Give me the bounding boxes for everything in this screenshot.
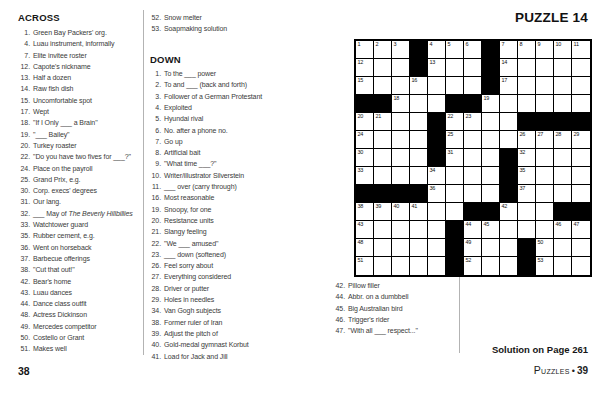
black-cell bbox=[518, 239, 536, 257]
cell-number: 12 bbox=[358, 60, 364, 66]
clue-number: 53. bbox=[150, 23, 164, 34]
grid-cell bbox=[500, 257, 518, 275]
clue-number: 44. bbox=[334, 291, 348, 302]
grid-cell bbox=[374, 257, 392, 275]
grid-cell: 12 bbox=[356, 59, 374, 77]
grid-cell bbox=[536, 185, 554, 203]
footer-divider-line bbox=[459, 277, 460, 353]
grid-cell bbox=[518, 59, 536, 77]
clue-number: 23. bbox=[150, 249, 164, 260]
grid-cell: 1 bbox=[356, 41, 374, 59]
black-cell bbox=[410, 59, 428, 77]
grid-cell bbox=[446, 77, 464, 95]
down-clue-23: 23.___ down (softened) bbox=[150, 249, 292, 260]
cell-number: 25 bbox=[448, 132, 454, 138]
clue-text: Load for Jack and Jill bbox=[164, 351, 228, 362]
grid-cell bbox=[392, 77, 410, 95]
clue-number: 18. bbox=[18, 117, 33, 128]
cell-number: 41 bbox=[412, 204, 418, 210]
black-cell bbox=[554, 203, 572, 221]
clue-text: Barbecue offerings bbox=[33, 253, 90, 264]
clue-number: 2. bbox=[150, 79, 164, 90]
clue-number: 49. bbox=[18, 321, 33, 332]
grid-cell bbox=[482, 113, 500, 131]
cell-number: 33 bbox=[358, 168, 364, 174]
clue-number: 26. bbox=[150, 260, 164, 271]
grid-cell: 3 bbox=[392, 41, 410, 59]
down-clue-16: 16.Most reasonable bbox=[150, 192, 292, 203]
across-clue-33: 33.Watchtower guard bbox=[18, 219, 145, 230]
clue-text: Corp. execs' degrees bbox=[33, 185, 97, 196]
clue-number: 50. bbox=[18, 332, 33, 343]
clue-text: Luau instrument, informally bbox=[33, 38, 114, 49]
clue-text: Mercedes competitor bbox=[33, 321, 96, 332]
clue-number: 15. bbox=[18, 95, 33, 106]
grid-cell bbox=[428, 239, 446, 257]
cell-number: 1 bbox=[358, 42, 361, 48]
black-cell bbox=[428, 149, 446, 167]
clue-text: Bear's home bbox=[33, 276, 71, 287]
grid-cell: 53 bbox=[536, 257, 554, 275]
grid-cell bbox=[410, 131, 428, 149]
grid-cell: 26 bbox=[518, 131, 536, 149]
cell-number: 19 bbox=[484, 96, 490, 102]
clue-text: Soapmaking solution bbox=[164, 23, 227, 34]
grid-cell: 50 bbox=[536, 239, 554, 257]
grid-cell bbox=[428, 203, 446, 221]
across-clue-24: 24.Place on the payroll bbox=[18, 163, 145, 174]
clue-text: Costello or Grant bbox=[33, 332, 84, 343]
across-clue-17: 17.Wept bbox=[18, 106, 145, 117]
clue-text: Big Australian bird bbox=[348, 303, 403, 314]
clue-number: 4. bbox=[18, 38, 33, 49]
grid-cell: 2 bbox=[374, 41, 392, 59]
clue-number: 19. bbox=[18, 129, 33, 140]
across-clue-42: 42.Bear's home bbox=[18, 276, 145, 287]
clue-number: 38. bbox=[18, 264, 33, 275]
clue-text: Our lang. bbox=[33, 196, 61, 207]
crossword-grid: 1234567891011121314151617181920212223242… bbox=[354, 39, 592, 277]
grid-cell: 41 bbox=[410, 203, 428, 221]
clue-number: 1. bbox=[18, 27, 33, 38]
clue-text: Resistance units bbox=[164, 215, 214, 226]
black-cell bbox=[572, 113, 590, 131]
down-clue-26: 26.Feel sorry about bbox=[150, 260, 292, 271]
cell-number: 2 bbox=[376, 42, 379, 48]
clue-text: Uncomfortable spot bbox=[33, 95, 92, 106]
down-clue-21: 21.Slangy feeling bbox=[150, 226, 292, 237]
grid-cell bbox=[536, 77, 554, 95]
clue-text: Go up bbox=[164, 136, 183, 147]
black-cell bbox=[428, 113, 446, 131]
cell-number: 21 bbox=[376, 114, 382, 120]
clue-number: 13. bbox=[18, 72, 33, 83]
grid-cell: 14 bbox=[500, 59, 518, 77]
down-clue-47: 47."With all ___ respect..." bbox=[334, 325, 456, 336]
grid-cell: 37 bbox=[518, 185, 536, 203]
black-cell bbox=[536, 113, 554, 131]
grid-cell: 27 bbox=[536, 131, 554, 149]
grid-cell bbox=[410, 95, 428, 113]
down-clue-45: 45.Big Australian bird bbox=[334, 303, 456, 314]
cell-number: 15 bbox=[358, 78, 364, 84]
clue-text: "If I Only ___ a Brain" bbox=[33, 117, 98, 128]
grid-cell: 34 bbox=[428, 167, 446, 185]
down-clue-22: 22."We ___ amused" bbox=[150, 238, 292, 249]
cell-number: 11 bbox=[574, 42, 579, 48]
clue-text: Gold-medal gymnast Korbut bbox=[164, 339, 249, 350]
clue-number: 1. bbox=[150, 68, 164, 79]
grid-cell bbox=[536, 203, 554, 221]
grid-cell bbox=[392, 167, 410, 185]
clue-text: "___ Bailey" bbox=[33, 129, 69, 140]
clue-text: Snoopy, for one bbox=[164, 204, 211, 215]
clue-number: 34. bbox=[150, 305, 164, 316]
cell-number: 27 bbox=[538, 132, 544, 138]
clue-number: 44. bbox=[18, 298, 33, 309]
series-label: Puzzles bbox=[534, 364, 570, 376]
clue-text: Place on the payroll bbox=[33, 163, 92, 174]
grid-cell bbox=[428, 77, 446, 95]
clue-text: Actress Dickinson bbox=[33, 309, 87, 320]
black-cell bbox=[500, 185, 518, 203]
across-clue-36: 36.Went on horseback bbox=[18, 242, 145, 253]
grid-cell bbox=[392, 113, 410, 131]
cell-number: 20 bbox=[358, 114, 364, 120]
grid-cell: 20 bbox=[356, 113, 374, 131]
clue-number: 31. bbox=[18, 196, 33, 207]
grid-cell bbox=[554, 185, 572, 203]
clue-number: 30. bbox=[18, 185, 33, 196]
grid-cell: 8 bbox=[518, 41, 536, 59]
clue-number: 22. bbox=[150, 238, 164, 249]
black-cell bbox=[446, 221, 464, 239]
grid-cell: 11 bbox=[572, 41, 590, 59]
grid-cell bbox=[392, 221, 410, 239]
clue-text: Former ruler of Iran bbox=[164, 317, 222, 328]
clue-number: 20. bbox=[150, 215, 164, 226]
cell-number: 48 bbox=[358, 240, 364, 246]
grid-cell bbox=[482, 185, 500, 203]
cell-number: 24 bbox=[358, 132, 364, 138]
grid-cell bbox=[374, 131, 392, 149]
grid-cell bbox=[374, 77, 392, 95]
cell-number: 45 bbox=[484, 222, 490, 228]
clue-text: Pillow filler bbox=[348, 280, 380, 291]
grid-cell: 29 bbox=[572, 131, 590, 149]
clue-number: 3. bbox=[150, 91, 164, 102]
clue-number: 4. bbox=[150, 102, 164, 113]
clue-text: No. after a phone no. bbox=[164, 125, 228, 136]
cell-number: 46 bbox=[556, 222, 562, 228]
clue-number: 33. bbox=[18, 219, 33, 230]
clue-text: Feel sorry about bbox=[164, 260, 213, 271]
down-clue-29: 29.Holes in needles bbox=[150, 294, 292, 305]
black-cell bbox=[446, 257, 464, 275]
down-clue-11: 11.___ over (carry through) bbox=[150, 181, 292, 192]
cell-number: 13 bbox=[430, 60, 436, 66]
cell-number: 6 bbox=[466, 42, 469, 48]
across-clue-49: 49.Mercedes competitor bbox=[18, 321, 145, 332]
grid-cell: 36 bbox=[428, 185, 446, 203]
grid-cell: 49 bbox=[464, 239, 482, 257]
grid-cell bbox=[410, 167, 428, 185]
clue-number: 10. bbox=[150, 170, 164, 181]
grid-cell bbox=[428, 257, 446, 275]
black-cell bbox=[464, 95, 482, 113]
grid-cell bbox=[572, 239, 590, 257]
black-cell bbox=[554, 113, 572, 131]
grid-cell: 23 bbox=[464, 113, 482, 131]
cell-number: 28 bbox=[556, 132, 562, 138]
down-clue-46: 46.Trigger's rider bbox=[334, 314, 456, 325]
clue-text: Dance class outfit bbox=[33, 298, 86, 309]
across-clue-list-continued: 52.Snow melter53.Soapmaking solution bbox=[150, 12, 292, 35]
across-clues-column: ACROSS 1.Green Bay Packers' org.4.Luau i… bbox=[18, 13, 145, 355]
cell-number: 39 bbox=[376, 204, 382, 210]
down-clue-19: 19.Snoopy, for one bbox=[150, 204, 292, 215]
grid-cell bbox=[410, 257, 428, 275]
clue-text: Watchtower guard bbox=[33, 219, 88, 230]
grid-cell bbox=[482, 257, 500, 275]
across-clue-51: 51.Makes well bbox=[18, 343, 145, 354]
down-clue-4: 4.Exploited bbox=[150, 102, 292, 113]
cell-number: 4 bbox=[430, 42, 433, 48]
grid-cell bbox=[446, 185, 464, 203]
black-cell bbox=[500, 167, 518, 185]
down-clue-27: 27.Everything considered bbox=[150, 271, 292, 282]
down-clue-39: 39.Adjust the pitch of bbox=[150, 328, 292, 339]
clue-text: Everything considered bbox=[164, 271, 231, 282]
grid-cell: 16 bbox=[410, 77, 428, 95]
down-clue-20: 20.Resistance units bbox=[150, 215, 292, 226]
clue-text: Abbr. on a dumbbell bbox=[348, 291, 408, 302]
cell-number: 3 bbox=[394, 42, 397, 48]
across-heading: ACROSS bbox=[18, 13, 145, 23]
grid-cell: 25 bbox=[446, 131, 464, 149]
clue-number: 47. bbox=[334, 325, 348, 336]
grid-cell bbox=[518, 95, 536, 113]
grid-cell bbox=[500, 95, 518, 113]
grid-cell: 51 bbox=[356, 257, 374, 275]
grid-cell bbox=[464, 59, 482, 77]
grid-cell: 42 bbox=[500, 203, 518, 221]
down-clue-44: 44.Abbr. on a dumbbell bbox=[334, 291, 456, 302]
cell-number: 18 bbox=[394, 96, 400, 102]
clue-text: ___ over (carry through) bbox=[164, 181, 237, 192]
cell-number: 50 bbox=[538, 240, 544, 246]
cell-number: 7 bbox=[502, 42, 505, 48]
cell-number: 9 bbox=[538, 42, 541, 48]
black-cell bbox=[518, 113, 536, 131]
clue-number: 37. bbox=[18, 253, 33, 264]
cell-number: 42 bbox=[502, 204, 508, 210]
grid-cell: 19 bbox=[482, 95, 500, 113]
across-clue-18: 18."If I Only ___ a Brain" bbox=[18, 117, 145, 128]
black-cell bbox=[464, 203, 482, 221]
grid-cell bbox=[572, 167, 590, 185]
cell-number: 22 bbox=[448, 114, 454, 120]
grid-cell bbox=[410, 113, 428, 131]
black-cell bbox=[410, 185, 428, 203]
cell-number: 49 bbox=[466, 240, 472, 246]
across-clue-30: 30.Corp. execs' degrees bbox=[18, 185, 145, 196]
down-clue-1: 1.To the ___ power bbox=[150, 68, 292, 79]
grid-cell bbox=[392, 257, 410, 275]
across-clue-43: 43.Luau dances bbox=[18, 287, 145, 298]
puzzle-title: PUZZLE 14 bbox=[515, 10, 588, 25]
grid-cell bbox=[518, 203, 536, 221]
down-clue-5: 5.Hyundai rival bbox=[150, 113, 292, 124]
grid-cell bbox=[554, 239, 572, 257]
clue-number: 11. bbox=[150, 181, 164, 192]
clue-number: 36. bbox=[18, 242, 33, 253]
clue-text: Went on horseback bbox=[33, 242, 91, 253]
grid-cell: 6 bbox=[464, 41, 482, 59]
grid-cell bbox=[374, 221, 392, 239]
across-clue-1: 1.Green Bay Packers' org. bbox=[18, 27, 145, 38]
cell-number: 40 bbox=[394, 204, 400, 210]
clue-number: 24. bbox=[18, 163, 33, 174]
grid-cell bbox=[410, 149, 428, 167]
across-clue-32: 32.___ May of The Beverly Hillbillies bbox=[18, 208, 145, 219]
clue-text: Driver or putter bbox=[164, 283, 209, 294]
grid-cell bbox=[518, 221, 536, 239]
grid-cell bbox=[446, 203, 464, 221]
clue-text: To the ___ power bbox=[164, 68, 216, 79]
cell-number: 52 bbox=[466, 258, 472, 264]
clue-number: 38. bbox=[150, 317, 164, 328]
down-clue-list-continued: 42.Pillow filler44.Abbr. on a dumbbell45… bbox=[334, 280, 456, 336]
right-page-footer: Puzzles•39 bbox=[534, 364, 588, 376]
grid-cell: 52 bbox=[464, 257, 482, 275]
cell-number: 44 bbox=[466, 222, 472, 228]
clue-text: Makes well bbox=[33, 343, 67, 354]
grid-cell: 17 bbox=[500, 77, 518, 95]
grid-cell: 15 bbox=[356, 77, 374, 95]
grid-cell: 30 bbox=[356, 149, 374, 167]
grid-cell bbox=[374, 239, 392, 257]
grid-cell bbox=[554, 95, 572, 113]
grid-cell: 32 bbox=[518, 149, 536, 167]
grid-cell bbox=[392, 131, 410, 149]
grid-cell bbox=[572, 59, 590, 77]
grid-cell bbox=[446, 167, 464, 185]
grid-cell bbox=[464, 185, 482, 203]
across-clue-25: 25.Grand Prix, e.g. bbox=[18, 174, 145, 185]
grid-cell bbox=[536, 59, 554, 77]
clue-text: Green Bay Packers' org. bbox=[33, 27, 107, 38]
grid-cell: 4 bbox=[428, 41, 446, 59]
grid-cell bbox=[482, 167, 500, 185]
grid-cell: 31 bbox=[446, 149, 464, 167]
down-heading: DOWN bbox=[150, 55, 292, 65]
grid-cell bbox=[374, 149, 392, 167]
clue-text: Raw fish dish bbox=[33, 83, 73, 94]
grid-cell bbox=[536, 221, 554, 239]
grid-cell bbox=[554, 167, 572, 185]
clue-text: Artificial bait bbox=[164, 147, 200, 158]
clue-number: 27. bbox=[150, 271, 164, 282]
clue-number: 7. bbox=[18, 50, 33, 61]
clue-number: 28. bbox=[150, 283, 164, 294]
grid-cell bbox=[392, 149, 410, 167]
grid-cell bbox=[572, 95, 590, 113]
clue-text: Snow melter bbox=[164, 12, 202, 23]
grid-cell bbox=[536, 167, 554, 185]
grid-cell bbox=[464, 77, 482, 95]
down-clue-41: 41.Load for Jack and Jill bbox=[150, 351, 292, 362]
clue-number: 35. bbox=[18, 230, 33, 241]
grid-cell bbox=[500, 131, 518, 149]
black-cell bbox=[482, 203, 500, 221]
left-page-number: 38 bbox=[18, 365, 30, 377]
clue-text: To and ___ (back and forth) bbox=[164, 79, 247, 90]
down-clue-6: 6.No. after a phone no. bbox=[150, 125, 292, 136]
across-clue-7: 7.Elite invitee roster bbox=[18, 50, 145, 61]
grid-cell bbox=[554, 149, 572, 167]
clue-text: Writer/illustrator Silverstein bbox=[164, 170, 244, 181]
clue-number: 7. bbox=[150, 136, 164, 147]
down-clue-10: 10.Writer/illustrator Silverstein bbox=[150, 170, 292, 181]
across-clue-35: 35.Rubber cement, e.g. bbox=[18, 230, 145, 241]
across-clue-12: 12.Capote's nickname bbox=[18, 61, 145, 72]
clue-text: "We ___ amused" bbox=[164, 238, 218, 249]
cell-number: 8 bbox=[520, 42, 523, 48]
cell-number: 36 bbox=[430, 186, 436, 192]
across-clue-14: 14.Raw fish dish bbox=[18, 83, 145, 94]
clue-text: ___ down (softened) bbox=[164, 249, 226, 260]
grid-cell bbox=[572, 77, 590, 95]
cell-number: 35 bbox=[520, 168, 526, 174]
grid-cell: 22 bbox=[446, 113, 464, 131]
black-cell bbox=[446, 95, 464, 113]
cell-number: 43 bbox=[358, 222, 364, 228]
grid-cell: 45 bbox=[482, 221, 500, 239]
clue-text: Exploited bbox=[164, 102, 192, 113]
black-cell bbox=[356, 185, 374, 203]
grid-cell bbox=[554, 257, 572, 275]
across-clue-53: 53.Soapmaking solution bbox=[150, 23, 292, 34]
grid-cell: 5 bbox=[446, 41, 464, 59]
clue-number: 25. bbox=[18, 174, 33, 185]
cell-number: 5 bbox=[448, 42, 451, 48]
grid-cell bbox=[572, 257, 590, 275]
across-clue-48: 48.Actress Dickinson bbox=[18, 309, 145, 320]
clue-text: "Cut that out!" bbox=[33, 264, 75, 275]
clue-number: 9. bbox=[150, 158, 164, 169]
clue-text: "Do you have two fives for ___?" bbox=[33, 151, 131, 162]
grid-cell bbox=[410, 239, 428, 257]
across-clue-44: 44.Dance class outfit bbox=[18, 298, 145, 309]
grid-cell bbox=[536, 95, 554, 113]
down-clues-column: 52.Snow melter53.Soapmaking solution DOW… bbox=[150, 12, 292, 362]
grid-cell: 33 bbox=[356, 167, 374, 185]
clue-number: 48. bbox=[18, 309, 33, 320]
cell-number: 37 bbox=[520, 186, 526, 192]
clue-text: Adjust the pitch of bbox=[164, 328, 218, 339]
grid-cell: 39 bbox=[374, 203, 392, 221]
clue-number: 46. bbox=[334, 314, 348, 325]
clue-number: 12. bbox=[18, 61, 33, 72]
column-divider-line bbox=[143, 10, 144, 355]
grid-cell bbox=[374, 59, 392, 77]
clue-text: Grand Prix, e.g. bbox=[33, 174, 80, 185]
grid-cell: 44 bbox=[464, 221, 482, 239]
clue-text: Slangy feeling bbox=[164, 226, 207, 237]
grid-cell: 13 bbox=[428, 59, 446, 77]
clue-number: 40. bbox=[150, 339, 164, 350]
